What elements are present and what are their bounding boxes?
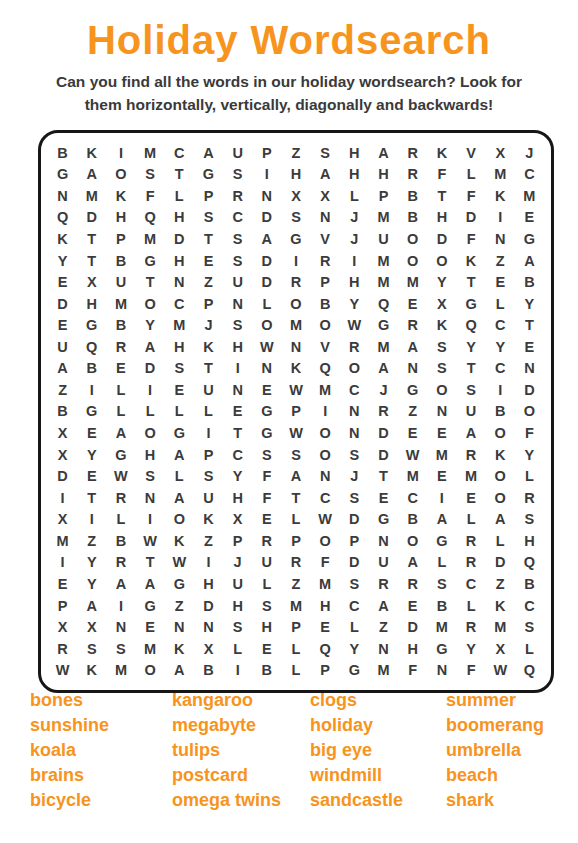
- grid-cell-r24c8[interactable]: E: [252, 638, 281, 660]
- grid-cell-r17c15[interactable]: E: [456, 487, 485, 509]
- grid-cell-r8c14[interactable]: X: [427, 293, 456, 315]
- grid-cell-r23c3[interactable]: N: [106, 616, 135, 638]
- grid-cell-r5c4[interactable]: M: [136, 228, 165, 250]
- grid-cell-r3c17[interactable]: M: [515, 185, 544, 207]
- grid-cell-r22c13[interactable]: E: [398, 595, 427, 617]
- grid-cell-r6c14[interactable]: O: [427, 250, 456, 272]
- grid-cell-r11c6[interactable]: T: [194, 358, 223, 380]
- grid-cell-r21c1[interactable]: E: [48, 573, 77, 595]
- grid-cell-r23c15[interactable]: R: [456, 616, 485, 638]
- grid-cell-r23c2[interactable]: X: [77, 616, 106, 638]
- grid-cell-r3c2[interactable]: M: [77, 185, 106, 207]
- grid-cell-r18c2[interactable]: I: [77, 509, 106, 531]
- grid-cell-r11c13[interactable]: N: [398, 358, 427, 380]
- grid-cell-r15c11[interactable]: S: [340, 444, 369, 466]
- grid-cell-r9c5[interactable]: M: [165, 314, 194, 336]
- grid-cell-r16c16[interactable]: O: [486, 465, 515, 487]
- grid-cell-r2c3[interactable]: O: [106, 164, 135, 186]
- grid-cell-r21c6[interactable]: H: [194, 573, 223, 595]
- grid-cell-r5c6[interactable]: T: [194, 228, 223, 250]
- grid-cell-r7c17[interactable]: B: [515, 271, 544, 293]
- grid-cell-r16c17[interactable]: L: [515, 465, 544, 487]
- grid-cell-r16c7[interactable]: Y: [223, 465, 252, 487]
- grid-cell-r16c4[interactable]: S: [136, 465, 165, 487]
- grid-cell-r8c2[interactable]: H: [77, 293, 106, 315]
- grid-cell-r13c17[interactable]: O: [515, 401, 544, 423]
- grid-cell-r5c8[interactable]: A: [252, 228, 281, 250]
- grid-cell-r13c7[interactable]: E: [223, 401, 252, 423]
- grid-cell-r1c9[interactable]: Z: [281, 142, 310, 164]
- grid-cell-r5c13[interactable]: O: [398, 228, 427, 250]
- grid-cell-r18c7[interactable]: X: [223, 509, 252, 531]
- grid-cell-r3c4[interactable]: F: [136, 185, 165, 207]
- grid-cell-r9c17[interactable]: T: [515, 314, 544, 336]
- grid-cell-r25c13[interactable]: F: [398, 659, 427, 681]
- grid-cell-r3c10[interactable]: X: [311, 185, 340, 207]
- grid-cell-r20c16[interactable]: D: [486, 552, 515, 574]
- grid-cell-r19c9[interactable]: P: [281, 530, 310, 552]
- grid-cell-r4c6[interactable]: S: [194, 207, 223, 229]
- grid-cell-r7c10[interactable]: P: [311, 271, 340, 293]
- grid-cell-r2c8[interactable]: I: [252, 164, 281, 186]
- grid-cell-r8c5[interactable]: C: [165, 293, 194, 315]
- grid-cell-r21c3[interactable]: A: [106, 573, 135, 595]
- grid-cell-r20c15[interactable]: R: [456, 552, 485, 574]
- grid-cell-r17c13[interactable]: C: [398, 487, 427, 509]
- grid-cell-r21c14[interactable]: S: [427, 573, 456, 595]
- grid-cell-r2c13[interactable]: R: [398, 164, 427, 186]
- grid-cell-r11c15[interactable]: T: [456, 358, 485, 380]
- grid-cell-r8c10[interactable]: B: [311, 293, 340, 315]
- grid-cell-r15c5[interactable]: A: [165, 444, 194, 466]
- grid-cell-r21c9[interactable]: Z: [281, 573, 310, 595]
- grid-cell-r11c4[interactable]: D: [136, 358, 165, 380]
- grid-cell-r9c7[interactable]: S: [223, 314, 252, 336]
- grid-cell-r19c6[interactable]: Z: [194, 530, 223, 552]
- grid-cell-r16c6[interactable]: S: [194, 465, 223, 487]
- grid-cell-r16c9[interactable]: A: [281, 465, 310, 487]
- grid-cell-r21c4[interactable]: A: [136, 573, 165, 595]
- grid-cell-r3c15[interactable]: F: [456, 185, 485, 207]
- grid-cell-r23c4[interactable]: E: [136, 616, 165, 638]
- grid-cell-r25c14[interactable]: N: [427, 659, 456, 681]
- grid-cell-r18c13[interactable]: B: [398, 509, 427, 531]
- grid-cell-r16c3[interactable]: W: [106, 465, 135, 487]
- grid-cell-r14c1[interactable]: X: [48, 422, 77, 444]
- grid-cell-r20c12[interactable]: U: [369, 552, 398, 574]
- grid-cell-r7c4[interactable]: T: [136, 271, 165, 293]
- grid-cell-r9c9[interactable]: M: [281, 314, 310, 336]
- grid-cell-r16c10[interactable]: N: [311, 465, 340, 487]
- grid-cell-r20c5[interactable]: W: [165, 552, 194, 574]
- grid-cell-r1c11[interactable]: H: [340, 142, 369, 164]
- grid-cell-r4c4[interactable]: Q: [136, 207, 165, 229]
- grid-cell-r3c5[interactable]: L: [165, 185, 194, 207]
- grid-cell-r21c10[interactable]: M: [311, 573, 340, 595]
- grid-cell-r9c4[interactable]: Y: [136, 314, 165, 336]
- grid-cell-r23c16[interactable]: M: [486, 616, 515, 638]
- grid-cell-r6c13[interactable]: O: [398, 250, 427, 272]
- grid-cell-r14c10[interactable]: O: [311, 422, 340, 444]
- grid-cell-r19c11[interactable]: P: [340, 530, 369, 552]
- grid-cell-r7c3[interactable]: U: [106, 271, 135, 293]
- grid-cell-r24c10[interactable]: Q: [311, 638, 340, 660]
- grid-cell-r16c2[interactable]: E: [77, 465, 106, 487]
- grid-cell-r10c12[interactable]: M: [369, 336, 398, 358]
- grid-cell-r21c12[interactable]: R: [369, 573, 398, 595]
- grid-cell-r7c7[interactable]: U: [223, 271, 252, 293]
- grid-cell-r18c14[interactable]: A: [427, 509, 456, 531]
- grid-cell-r15c13[interactable]: W: [398, 444, 427, 466]
- grid-cell-r12c3[interactable]: L: [106, 379, 135, 401]
- grid-cell-r18c1[interactable]: X: [48, 509, 77, 531]
- grid-cell-r14c2[interactable]: E: [77, 422, 106, 444]
- grid-cell-r3c6[interactable]: P: [194, 185, 223, 207]
- grid-cell-r10c11[interactable]: R: [340, 336, 369, 358]
- grid-cell-r23c6[interactable]: N: [194, 616, 223, 638]
- grid-cell-r20c11[interactable]: D: [340, 552, 369, 574]
- grid-cell-r16c5[interactable]: L: [165, 465, 194, 487]
- grid-cell-r6c4[interactable]: G: [136, 250, 165, 272]
- grid-cell-r21c2[interactable]: Y: [77, 573, 106, 595]
- grid-cell-r25c10[interactable]: P: [311, 659, 340, 681]
- grid-cell-r22c2[interactable]: A: [77, 595, 106, 617]
- grid-cell-r9c15[interactable]: Q: [456, 314, 485, 336]
- grid-cell-r23c9[interactable]: P: [281, 616, 310, 638]
- grid-cell-r25c17[interactable]: Q: [515, 659, 544, 681]
- grid-cell-r3c8[interactable]: N: [252, 185, 281, 207]
- grid-cell-r17c6[interactable]: U: [194, 487, 223, 509]
- grid-cell-r13c11[interactable]: N: [340, 401, 369, 423]
- grid-cell-r22c17[interactable]: C: [515, 595, 544, 617]
- grid-cell-r17c8[interactable]: F: [252, 487, 281, 509]
- grid-cell-r3c12[interactable]: P: [369, 185, 398, 207]
- grid-cell-r15c15[interactable]: R: [456, 444, 485, 466]
- grid-cell-r19c5[interactable]: K: [165, 530, 194, 552]
- grid-cell-r23c7[interactable]: S: [223, 616, 252, 638]
- grid-cell-r8c7[interactable]: N: [223, 293, 252, 315]
- grid-cell-r24c13[interactable]: H: [398, 638, 427, 660]
- grid-cell-r13c3[interactable]: L: [106, 401, 135, 423]
- grid-cell-r24c3[interactable]: S: [106, 638, 135, 660]
- grid-cell-r7c9[interactable]: R: [281, 271, 310, 293]
- grid-cell-r1c14[interactable]: K: [427, 142, 456, 164]
- grid-cell-r18c9[interactable]: L: [281, 509, 310, 531]
- grid-cell-r17c5[interactable]: A: [165, 487, 194, 509]
- grid-cell-r23c11[interactable]: L: [340, 616, 369, 638]
- grid-cell-r1c6[interactable]: A: [194, 142, 223, 164]
- grid-cell-r11c17[interactable]: N: [515, 358, 544, 380]
- grid-cell-r4c9[interactable]: S: [281, 207, 310, 229]
- grid-cell-r17c16[interactable]: O: [486, 487, 515, 509]
- grid-cell-r17c9[interactable]: T: [281, 487, 310, 509]
- grid-cell-r23c17[interactable]: S: [515, 616, 544, 638]
- grid-cell-r17c2[interactable]: T: [77, 487, 106, 509]
- grid-cell-r7c8[interactable]: D: [252, 271, 281, 293]
- grid-cell-r20c3[interactable]: R: [106, 552, 135, 574]
- grid-cell-r18c6[interactable]: K: [194, 509, 223, 531]
- grid-cell-r5c1[interactable]: K: [48, 228, 77, 250]
- grid-cell-r18c3[interactable]: L: [106, 509, 135, 531]
- grid-cell-r3c1[interactable]: N: [48, 185, 77, 207]
- grid-cell-r21c13[interactable]: R: [398, 573, 427, 595]
- grid-cell-r9c1[interactable]: E: [48, 314, 77, 336]
- grid-cell-r13c15[interactable]: U: [456, 401, 485, 423]
- grid-cell-r15c1[interactable]: X: [48, 444, 77, 466]
- grid-cell-r12c14[interactable]: O: [427, 379, 456, 401]
- grid-cell-r2c9[interactable]: H: [281, 164, 310, 186]
- grid-cell-r20c2[interactable]: Y: [77, 552, 106, 574]
- grid-cell-r10c17[interactable]: E: [515, 336, 544, 358]
- grid-cell-r15c16[interactable]: K: [486, 444, 515, 466]
- grid-cell-r15c4[interactable]: H: [136, 444, 165, 466]
- grid-cell-r19c1[interactable]: M: [48, 530, 77, 552]
- grid-cell-r15c3[interactable]: G: [106, 444, 135, 466]
- grid-cell-r13c12[interactable]: R: [369, 401, 398, 423]
- grid-cell-r14c11[interactable]: N: [340, 422, 369, 444]
- grid-cell-r10c7[interactable]: H: [223, 336, 252, 358]
- grid-cell-r1c3[interactable]: I: [106, 142, 135, 164]
- grid-cell-r14c4[interactable]: O: [136, 422, 165, 444]
- grid-cell-r19c10[interactable]: O: [311, 530, 340, 552]
- grid-cell-r20c14[interactable]: L: [427, 552, 456, 574]
- grid-cell-r12c12[interactable]: J: [369, 379, 398, 401]
- grid-cell-r6c8[interactable]: D: [252, 250, 281, 272]
- grid-cell-r24c5[interactable]: K: [165, 638, 194, 660]
- grid-cell-r6c9[interactable]: I: [281, 250, 310, 272]
- grid-cell-r23c12[interactable]: Z: [369, 616, 398, 638]
- grid-cell-r6c11[interactable]: I: [340, 250, 369, 272]
- grid-cell-r2c6[interactable]: G: [194, 164, 223, 186]
- grid-cell-r9c2[interactable]: G: [77, 314, 106, 336]
- grid-cell-r7c13[interactable]: M: [398, 271, 427, 293]
- grid-cell-r12c9[interactable]: W: [281, 379, 310, 401]
- grid-cell-r19c14[interactable]: G: [427, 530, 456, 552]
- grid-cell-r25c1[interactable]: W: [48, 659, 77, 681]
- grid-cell-r3c13[interactable]: B: [398, 185, 427, 207]
- grid-cell-r11c3[interactable]: E: [106, 358, 135, 380]
- grid-cell-r4c10[interactable]: N: [311, 207, 340, 229]
- grid-cell-r8c6[interactable]: P: [194, 293, 223, 315]
- grid-cell-r17c17[interactable]: R: [515, 487, 544, 509]
- grid-cell-r3c14[interactable]: T: [427, 185, 456, 207]
- grid-cell-r11c12[interactable]: A: [369, 358, 398, 380]
- grid-cell-r4c8[interactable]: D: [252, 207, 281, 229]
- grid-cell-r6c12[interactable]: M: [369, 250, 398, 272]
- grid-cell-r25c3[interactable]: M: [106, 659, 135, 681]
- grid-cell-r20c13[interactable]: A: [398, 552, 427, 574]
- grid-cell-r13c1[interactable]: B: [48, 401, 77, 423]
- grid-cell-r23c13[interactable]: D: [398, 616, 427, 638]
- grid-cell-r12c11[interactable]: C: [340, 379, 369, 401]
- grid-cell-r4c17[interactable]: E: [515, 207, 544, 229]
- grid-cell-r14c12[interactable]: D: [369, 422, 398, 444]
- grid-cell-r13c13[interactable]: Z: [398, 401, 427, 423]
- grid-cell-r10c5[interactable]: H: [165, 336, 194, 358]
- grid-cell-r10c13[interactable]: A: [398, 336, 427, 358]
- grid-cell-r18c17[interactable]: S: [515, 509, 544, 531]
- grid-cell-r5c9[interactable]: G: [281, 228, 310, 250]
- grid-cell-r15c10[interactable]: O: [311, 444, 340, 466]
- grid-cell-r2c15[interactable]: L: [456, 164, 485, 186]
- grid-cell-r12c17[interactable]: D: [515, 379, 544, 401]
- grid-cell-r10c10[interactable]: V: [311, 336, 340, 358]
- grid-cell-r24c12[interactable]: N: [369, 638, 398, 660]
- grid-cell-r9c14[interactable]: K: [427, 314, 456, 336]
- grid-cell-r14c17[interactable]: F: [515, 422, 544, 444]
- grid-cell-r9c6[interactable]: J: [194, 314, 223, 336]
- grid-cell-r10c4[interactable]: A: [136, 336, 165, 358]
- grid-cell-r6c1[interactable]: Y: [48, 250, 77, 272]
- grid-cell-r24c15[interactable]: Y: [456, 638, 485, 660]
- grid-cell-r22c7[interactable]: H: [223, 595, 252, 617]
- grid-cell-r24c9[interactable]: L: [281, 638, 310, 660]
- grid-cell-r17c1[interactable]: I: [48, 487, 77, 509]
- grid-cell-r5c10[interactable]: V: [311, 228, 340, 250]
- grid-cell-r11c1[interactable]: A: [48, 358, 77, 380]
- grid-cell-r1c4[interactable]: M: [136, 142, 165, 164]
- grid-cell-r6c6[interactable]: E: [194, 250, 223, 272]
- grid-cell-r11c7[interactable]: I: [223, 358, 252, 380]
- grid-cell-r22c11[interactable]: C: [340, 595, 369, 617]
- grid-cell-r23c1[interactable]: X: [48, 616, 77, 638]
- grid-cell-r12c10[interactable]: M: [311, 379, 340, 401]
- grid-cell-r18c15[interactable]: L: [456, 509, 485, 531]
- grid-cell-r11c8[interactable]: N: [252, 358, 281, 380]
- grid-cell-r5c3[interactable]: P: [106, 228, 135, 250]
- grid-cell-r20c4[interactable]: T: [136, 552, 165, 574]
- grid-cell-r18c11[interactable]: D: [340, 509, 369, 531]
- grid-cell-r23c8[interactable]: H: [252, 616, 281, 638]
- grid-cell-r8c16[interactable]: L: [486, 293, 515, 315]
- grid-cell-r6c17[interactable]: A: [515, 250, 544, 272]
- grid-cell-r9c16[interactable]: C: [486, 314, 515, 336]
- grid-cell-r15c12[interactable]: D: [369, 444, 398, 466]
- grid-cell-r12c8[interactable]: E: [252, 379, 281, 401]
- grid-cell-r5c17[interactable]: G: [515, 228, 544, 250]
- grid-cell-r12c4[interactable]: I: [136, 379, 165, 401]
- grid-cell-r6c7[interactable]: S: [223, 250, 252, 272]
- grid-cell-r25c7[interactable]: I: [223, 659, 252, 681]
- grid-cell-r5c7[interactable]: S: [223, 228, 252, 250]
- grid-cell-r12c15[interactable]: S: [456, 379, 485, 401]
- grid-cell-r10c3[interactable]: R: [106, 336, 135, 358]
- grid-cell-r6c10[interactable]: R: [311, 250, 340, 272]
- grid-cell-r2c10[interactable]: A: [311, 164, 340, 186]
- grid-cell-r1c16[interactable]: X: [486, 142, 515, 164]
- grid-cell-r11c5[interactable]: S: [165, 358, 194, 380]
- grid-cell-r12c16[interactable]: I: [486, 379, 515, 401]
- grid-cell-r4c5[interactable]: H: [165, 207, 194, 229]
- grid-cell-r13c9[interactable]: P: [281, 401, 310, 423]
- grid-cell-r9c13[interactable]: R: [398, 314, 427, 336]
- grid-cell-r17c14[interactable]: I: [427, 487, 456, 509]
- grid-cell-r10c8[interactable]: W: [252, 336, 281, 358]
- grid-cell-r18c4[interactable]: I: [136, 509, 165, 531]
- grid-cell-r15c2[interactable]: Y: [77, 444, 106, 466]
- grid-cell-r19c3[interactable]: B: [106, 530, 135, 552]
- grid-cell-r12c13[interactable]: G: [398, 379, 427, 401]
- grid-cell-r4c13[interactable]: B: [398, 207, 427, 229]
- grid-cell-r12c5[interactable]: E: [165, 379, 194, 401]
- grid-cell-r20c9[interactable]: R: [281, 552, 310, 574]
- grid-cell-r22c3[interactable]: I: [106, 595, 135, 617]
- grid-cell-r14c8[interactable]: G: [252, 422, 281, 444]
- grid-cell-r19c4[interactable]: W: [136, 530, 165, 552]
- grid-cell-r25c2[interactable]: K: [77, 659, 106, 681]
- grid-cell-r25c6[interactable]: B: [194, 659, 223, 681]
- grid-cell-r7c11[interactable]: H: [340, 271, 369, 293]
- grid-cell-r18c8[interactable]: E: [252, 509, 281, 531]
- grid-cell-r14c16[interactable]: O: [486, 422, 515, 444]
- grid-cell-r1c13[interactable]: R: [398, 142, 427, 164]
- grid-cell-r24c14[interactable]: G: [427, 638, 456, 660]
- grid-cell-r8c13[interactable]: E: [398, 293, 427, 315]
- grid-cell-r22c14[interactable]: B: [427, 595, 456, 617]
- grid-cell-r10c14[interactable]: S: [427, 336, 456, 358]
- grid-cell-r24c1[interactable]: R: [48, 638, 77, 660]
- grid-cell-r24c6[interactable]: X: [194, 638, 223, 660]
- grid-cell-r4c11[interactable]: J: [340, 207, 369, 229]
- grid-cell-r12c1[interactable]: Z: [48, 379, 77, 401]
- grid-cell-r1c7[interactable]: U: [223, 142, 252, 164]
- grid-cell-r15c14[interactable]: M: [427, 444, 456, 466]
- grid-cell-r13c10[interactable]: I: [311, 401, 340, 423]
- grid-cell-r23c10[interactable]: E: [311, 616, 340, 638]
- grid-cell-r14c5[interactable]: G: [165, 422, 194, 444]
- grid-cell-r22c5[interactable]: Z: [165, 595, 194, 617]
- grid-cell-r9c11[interactable]: W: [340, 314, 369, 336]
- grid-cell-r21c16[interactable]: Z: [486, 573, 515, 595]
- grid-cell-r20c1[interactable]: I: [48, 552, 77, 574]
- grid-cell-r17c10[interactable]: C: [311, 487, 340, 509]
- grid-cell-r12c6[interactable]: U: [194, 379, 223, 401]
- grid-cell-r4c12[interactable]: M: [369, 207, 398, 229]
- grid-cell-r13c8[interactable]: G: [252, 401, 281, 423]
- grid-cell-r10c6[interactable]: K: [194, 336, 223, 358]
- grid-cell-r8c3[interactable]: M: [106, 293, 135, 315]
- grid-cell-r21c7[interactable]: U: [223, 573, 252, 595]
- grid-cell-r7c15[interactable]: T: [456, 271, 485, 293]
- grid-cell-r17c4[interactable]: N: [136, 487, 165, 509]
- grid-cell-r1c12[interactable]: A: [369, 142, 398, 164]
- grid-cell-r20c10[interactable]: F: [311, 552, 340, 574]
- grid-cell-r2c4[interactable]: S: [136, 164, 165, 186]
- grid-cell-r24c16[interactable]: X: [486, 638, 515, 660]
- grid-cell-r22c12[interactable]: A: [369, 595, 398, 617]
- grid-cell-r16c11[interactable]: J: [340, 465, 369, 487]
- grid-cell-r6c3[interactable]: B: [106, 250, 135, 272]
- grid-cell-r17c3[interactable]: R: [106, 487, 135, 509]
- grid-cell-r19c13[interactable]: O: [398, 530, 427, 552]
- grid-cell-r8c9[interactable]: O: [281, 293, 310, 315]
- grid-cell-r6c2[interactable]: T: [77, 250, 106, 272]
- grid-cell-r1c10[interactable]: S: [311, 142, 340, 164]
- grid-cell-r7c12[interactable]: M: [369, 271, 398, 293]
- grid-cell-r7c6[interactable]: Z: [194, 271, 223, 293]
- grid-cell-r13c6[interactable]: L: [194, 401, 223, 423]
- grid-cell-r3c9[interactable]: X: [281, 185, 310, 207]
- grid-cell-r16c14[interactable]: E: [427, 465, 456, 487]
- grid-cell-r17c11[interactable]: S: [340, 487, 369, 509]
- grid-cell-r25c4[interactable]: O: [136, 659, 165, 681]
- grid-cell-r6c15[interactable]: K: [456, 250, 485, 272]
- grid-cell-r4c1[interactable]: Q: [48, 207, 77, 229]
- grid-cell-r2c17[interactable]: C: [515, 164, 544, 186]
- grid-cell-r5c11[interactable]: J: [340, 228, 369, 250]
- grid-cell-r15c8[interactable]: S: [252, 444, 281, 466]
- grid-cell-r1c15[interactable]: V: [456, 142, 485, 164]
